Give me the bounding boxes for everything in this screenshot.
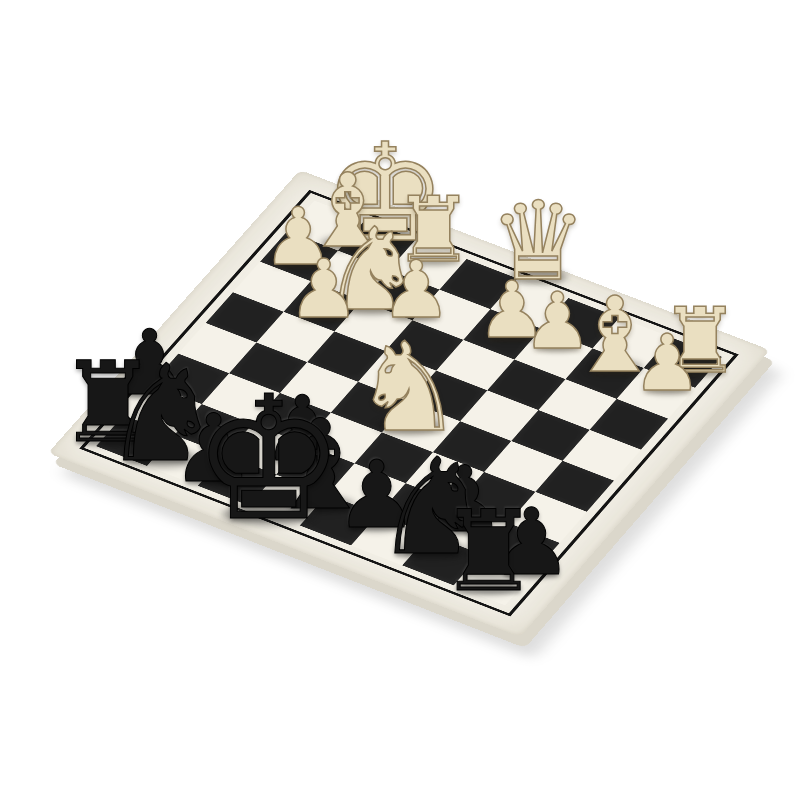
piece-white-pawn-b3[interactable]: ♟ [288,249,361,330]
piece-white-pawn-h2[interactable]: ♟ [632,325,702,403]
piece-black-king-d8[interactable]: ♚ [192,373,345,544]
piece-black-rook-h8[interactable]: ♜ [438,495,538,607]
product-photo-stage: ♚♝♜♟♛♞♟♟♟♟♝♜♟♟♞♜♞♟♟♝♚♟♟♞♟♜ [0,0,800,800]
pieces-layer: ♚♝♜♟♛♞♟♟♟♟♝♜♟♟♞♜♞♟♟♝♚♟♟♞♟♜ [0,0,800,800]
